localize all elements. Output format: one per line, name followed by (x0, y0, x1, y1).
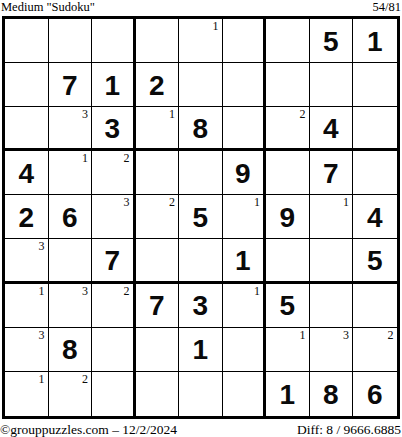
cell-r5c1[interactable]: 2 (5, 195, 49, 239)
digit: 7 (104, 247, 120, 275)
cell-r9c8[interactable]: 8 (310, 372, 354, 416)
pencil-mark: 1 (82, 151, 88, 165)
digit: 5 (192, 204, 208, 232)
cell-r4c4[interactable] (136, 151, 180, 195)
cell-r9c3[interactable] (92, 372, 136, 416)
cell-r1c2[interactable] (49, 19, 93, 63)
cell-r9c7[interactable]: 1 (266, 372, 310, 416)
cell-r3c3[interactable]: 3 (92, 107, 136, 151)
pencil-mark: 3 (124, 195, 130, 209)
cell-r8c7[interactable]: 1 (266, 328, 310, 372)
sudoku-page: Medium "Sudoku" 54/81 151712331824412972… (0, 0, 402, 437)
cell-r2c2[interactable]: 7 (49, 63, 93, 107)
digit: 4 (367, 204, 383, 232)
digit: 7 (149, 292, 165, 320)
digit: 3 (192, 292, 208, 320)
puzzle-title: Medium "Sudoku" (1, 1, 95, 14)
cell-r8c6[interactable] (223, 328, 267, 372)
cell-r6c1[interactable]: 3 (5, 239, 49, 283)
cell-r5c8[interactable]: 1 (310, 195, 354, 239)
cell-r8c9[interactable]: 2 (353, 328, 397, 372)
digit: 1 (192, 336, 208, 364)
cell-r8c4[interactable] (136, 328, 180, 372)
pencil-mark: 1 (343, 195, 349, 209)
digit: 5 (323, 28, 339, 56)
cell-r1c3[interactable] (92, 19, 136, 63)
digit: 1 (235, 247, 251, 275)
digit: 4 (323, 115, 339, 143)
pencil-mark: 3 (343, 328, 349, 342)
cell-r1c8[interactable]: 5 (310, 19, 354, 63)
cell-r5c2[interactable]: 6 (49, 195, 93, 239)
cell-r2c5[interactable] (179, 63, 223, 107)
cell-r3c1[interactable] (5, 107, 49, 151)
cell-r3c4[interactable]: 1 (136, 107, 180, 151)
cell-r7c5[interactable]: 3 (179, 284, 223, 328)
cell-r4c9[interactable] (353, 151, 397, 195)
page-header: Medium "Sudoku" 54/81 (0, 0, 402, 16)
digit: 7 (62, 72, 78, 100)
digit: 1 (279, 381, 295, 409)
cell-r3c5[interactable]: 8 (179, 107, 223, 151)
pencil-mark: 2 (124, 151, 130, 165)
cell-r9c2[interactable]: 2 (49, 372, 93, 416)
cell-r8c2[interactable]: 8 (49, 328, 93, 372)
cell-r7c8[interactable] (310, 284, 354, 328)
cell-r2c9[interactable] (353, 63, 397, 107)
remaining-counter: 54/81 (373, 1, 401, 14)
cell-r9c4[interactable] (136, 372, 180, 416)
digit: 9 (279, 204, 295, 232)
cell-r2c4[interactable]: 2 (136, 63, 180, 107)
cell-r6c5[interactable] (179, 239, 223, 283)
difficulty-text: Diff: 8 / 9666.6885 (297, 422, 401, 437)
pencil-mark: 3 (82, 107, 88, 121)
cell-r1c5[interactable]: 1 (179, 19, 223, 63)
pencil-mark: 2 (300, 107, 306, 121)
cell-r4c8[interactable]: 7 (310, 151, 354, 195)
pencil-mark: 3 (82, 284, 88, 298)
pencil-mark: 2 (124, 284, 130, 298)
cell-r7c9[interactable] (353, 284, 397, 328)
cell-r3c2[interactable]: 3 (49, 107, 93, 151)
cell-r1c7[interactable] (266, 19, 310, 63)
cell-r6c7[interactable] (266, 239, 310, 283)
digit: 5 (367, 247, 383, 275)
digit: 6 (367, 381, 383, 409)
cell-r2c1[interactable] (5, 63, 49, 107)
digit: 4 (18, 160, 34, 188)
cell-r2c6[interactable] (223, 63, 267, 107)
cell-r2c3[interactable]: 1 (92, 63, 136, 107)
pencil-mark: 1 (254, 195, 260, 209)
digit: 9 (235, 160, 251, 188)
cell-r5c3[interactable]: 3 (92, 195, 136, 239)
pencil-mark: 3 (39, 239, 45, 253)
cell-r4c5[interactable] (179, 151, 223, 195)
cell-r4c3[interactable]: 2 (92, 151, 136, 195)
cell-r5c7[interactable]: 9 (266, 195, 310, 239)
cell-r8c5[interactable]: 1 (179, 328, 223, 372)
digit: 1 (367, 28, 383, 56)
digit: 8 (192, 115, 208, 143)
cell-r7c6[interactable]: 1 (223, 284, 267, 328)
cell-r8c8[interactable]: 3 (310, 328, 354, 372)
cell-r5c6[interactable]: 1 (223, 195, 267, 239)
sudoku-board: 1517123318244129726325191437151327315381… (2, 16, 400, 419)
cell-r1c1[interactable] (5, 19, 49, 63)
cell-r1c6[interactable] (223, 19, 267, 63)
cell-r3c8[interactable]: 4 (310, 107, 354, 151)
digit: 2 (18, 204, 34, 232)
cell-r2c8[interactable] (310, 63, 354, 107)
cell-r9c1[interactable]: 1 (5, 372, 49, 416)
cell-r6c2[interactable] (49, 239, 93, 283)
cell-r3c6[interactable] (223, 107, 267, 151)
digit: 8 (62, 336, 78, 364)
cell-r4c1[interactable]: 4 (5, 151, 49, 195)
pencil-mark: 2 (169, 195, 175, 209)
pencil-mark: 1 (254, 284, 260, 298)
cell-r6c3[interactable]: 7 (92, 239, 136, 283)
cell-r8c3[interactable] (92, 328, 136, 372)
cell-r9c5[interactable] (179, 372, 223, 416)
pencil-mark: 1 (169, 107, 175, 121)
digit: 7 (323, 160, 339, 188)
digit: 6 (62, 204, 78, 232)
cell-r2c7[interactable] (266, 63, 310, 107)
digit: 8 (323, 381, 339, 409)
cell-r6c6[interactable]: 1 (223, 239, 267, 283)
digit: 5 (279, 292, 295, 320)
pencil-mark: 2 (82, 372, 88, 386)
cell-r6c8[interactable] (310, 239, 354, 283)
pencil-mark: 1 (213, 19, 219, 33)
cell-r1c9[interactable]: 1 (353, 19, 397, 63)
cell-r4c7[interactable] (266, 151, 310, 195)
pencil-mark: 2 (388, 328, 394, 342)
cell-r7c1[interactable]: 1 (5, 284, 49, 328)
cell-r5c9[interactable]: 4 (353, 195, 397, 239)
cell-r6c9[interactable]: 5 (353, 239, 397, 283)
cell-r4c2[interactable]: 1 (49, 151, 93, 195)
pencil-mark: 1 (300, 328, 306, 342)
cell-r9c6[interactable] (223, 372, 267, 416)
digit: 3 (104, 115, 120, 143)
cell-r9c9[interactable]: 6 (353, 372, 397, 416)
cell-r7c4[interactable]: 7 (136, 284, 180, 328)
copyright-date-text: ©grouppuzzles.com – 12/2/2024 (0, 422, 177, 437)
cell-r7c3[interactable]: 2 (92, 284, 136, 328)
cell-r4c6[interactable]: 9 (223, 151, 267, 195)
digit: 1 (104, 72, 120, 100)
cell-r5c4[interactable]: 2 (136, 195, 180, 239)
cell-r6c4[interactable] (136, 239, 180, 283)
pencil-mark: 3 (39, 328, 45, 342)
cell-r5c5[interactable]: 5 (179, 195, 223, 239)
cell-r3c7[interactable]: 2 (266, 107, 310, 151)
pencil-mark: 1 (39, 372, 45, 386)
cell-r1c4[interactable] (136, 19, 180, 63)
cell-r7c2[interactable]: 3 (49, 284, 93, 328)
page-footer: ©grouppuzzles.com – 12/2/2024 Diff: 8 / … (0, 419, 402, 437)
cell-r7c7[interactable]: 5 (266, 284, 310, 328)
digit: 2 (149, 72, 165, 100)
cell-r3c9[interactable] (353, 107, 397, 151)
pencil-mark: 1 (39, 284, 45, 298)
cell-r8c1[interactable]: 3 (5, 328, 49, 372)
